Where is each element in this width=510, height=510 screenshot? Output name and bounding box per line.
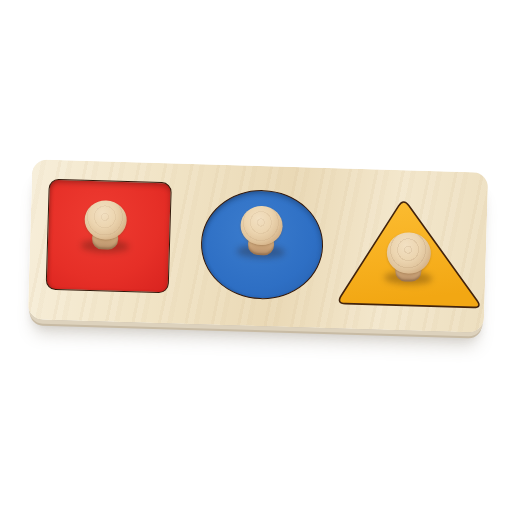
wood-grain-icon: [84, 200, 127, 240]
stage: [0, 0, 510, 510]
circle-knob[interactable]: [239, 205, 285, 260]
triangle-knob[interactable]: [386, 232, 432, 287]
wood-grain-icon: [240, 205, 283, 245]
puzzle-board: [28, 159, 489, 332]
wood-grain-icon: [386, 232, 431, 274]
square-knob[interactable]: [83, 200, 129, 255]
